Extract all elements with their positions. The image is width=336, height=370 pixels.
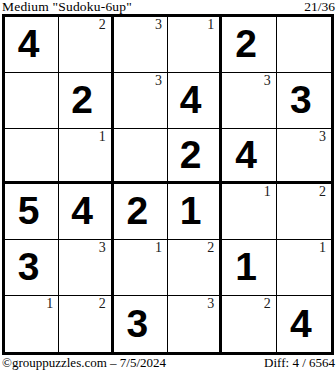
cell-r3c2[interactable]: 1 bbox=[59, 129, 113, 185]
cell-r4c6[interactable]: 2 bbox=[277, 184, 331, 240]
given-digit: 4 bbox=[71, 191, 93, 230]
corner-mark: 2 bbox=[207, 240, 214, 255]
cell-r2c2[interactable]: 2 bbox=[59, 73, 113, 129]
given-digit: 2 bbox=[235, 24, 257, 63]
cell-r6c1[interactable]: 1 bbox=[5, 296, 59, 352]
cell-r6c2[interactable]: 2 bbox=[59, 296, 113, 352]
cell-r2c1[interactable] bbox=[5, 73, 59, 129]
cell-r2c3[interactable]: 3 bbox=[114, 73, 168, 129]
header: Medium "Sudoku-6up" 21/36 bbox=[2, 0, 335, 14]
cell-r4c3[interactable]: 2 bbox=[114, 184, 168, 240]
cell-r3c3[interactable] bbox=[114, 129, 168, 185]
given-digit: 3 bbox=[290, 80, 312, 119]
given-digit: 1 bbox=[180, 191, 202, 230]
given-digit: 1 bbox=[235, 247, 257, 286]
corner-mark: 3 bbox=[155, 17, 162, 32]
corner-mark: 1 bbox=[99, 129, 106, 144]
cell-r1c3[interactable]: 3 bbox=[114, 17, 168, 73]
corner-mark: 2 bbox=[99, 296, 106, 311]
given-digit: 4 bbox=[235, 135, 257, 174]
given-digit: 3 bbox=[126, 304, 148, 343]
cell-r2c6[interactable]: 3 bbox=[277, 73, 331, 129]
given-digit: 3 bbox=[18, 247, 40, 286]
corner-mark: 3 bbox=[264, 73, 271, 88]
corner-mark: 1 bbox=[155, 240, 162, 255]
cell-r1c6[interactable] bbox=[277, 17, 331, 73]
difficulty-text: Diff: 4 / 6564 bbox=[264, 356, 335, 370]
cell-r1c5[interactable]: 2 bbox=[222, 17, 276, 73]
cell-r6c6[interactable]: 4 bbox=[277, 296, 331, 352]
cell-r3c5[interactable]: 4 bbox=[222, 129, 276, 185]
cell-r2c4[interactable]: 4 bbox=[168, 73, 222, 129]
given-digit: 2 bbox=[71, 80, 93, 119]
cell-r5c6[interactable]: 1 bbox=[277, 240, 331, 296]
given-digit: 2 bbox=[180, 135, 202, 174]
cell-r1c1[interactable]: 4 bbox=[5, 17, 59, 73]
corner-mark: 3 bbox=[155, 73, 162, 88]
corner-mark: 1 bbox=[319, 240, 326, 255]
puzzle-page: Medium "Sudoku-6up" 21/36 42312234331243… bbox=[0, 0, 336, 370]
cell-r1c2[interactable]: 2 bbox=[59, 17, 113, 73]
given-digit: 2 bbox=[126, 191, 148, 230]
sudoku-grid: 42312234331243542112331211123324 bbox=[2, 14, 334, 355]
cell-r6c4[interactable]: 3 bbox=[168, 296, 222, 352]
corner-mark: 1 bbox=[46, 296, 53, 311]
cell-r4c4[interactable]: 1 bbox=[168, 184, 222, 240]
cell-r2c5[interactable]: 3 bbox=[222, 73, 276, 129]
corner-mark: 3 bbox=[99, 240, 106, 255]
cell-r1c4[interactable]: 1 bbox=[168, 17, 222, 73]
cell-r5c1[interactable]: 3 bbox=[5, 240, 59, 296]
cell-r4c2[interactable]: 4 bbox=[59, 184, 113, 240]
cell-r4c5[interactable]: 1 bbox=[222, 184, 276, 240]
given-digit: 4 bbox=[18, 24, 40, 63]
cell-r3c6[interactable]: 3 bbox=[277, 129, 331, 185]
corner-mark: 1 bbox=[264, 184, 271, 199]
page-number: 21/36 bbox=[304, 0, 335, 14]
corner-mark: 2 bbox=[264, 296, 271, 311]
cell-r5c3[interactable]: 1 bbox=[114, 240, 168, 296]
cell-r5c5[interactable]: 1 bbox=[222, 240, 276, 296]
given-digit: 5 bbox=[18, 191, 40, 230]
puzzle-title: Medium "Sudoku-6up" bbox=[2, 0, 132, 14]
cell-r4c1[interactable]: 5 bbox=[5, 184, 59, 240]
corner-mark: 2 bbox=[319, 184, 326, 199]
footer: ©grouppuzzles.com – 7/5/2024 Diff: 4 / 6… bbox=[2, 355, 335, 370]
cell-r5c4[interactable]: 2 bbox=[168, 240, 222, 296]
corner-mark: 1 bbox=[207, 17, 214, 32]
cell-r5c2[interactable]: 3 bbox=[59, 240, 113, 296]
cell-r6c3[interactable]: 3 bbox=[114, 296, 168, 352]
corner-mark: 2 bbox=[99, 17, 106, 32]
copyright-text: ©grouppuzzles.com – 7/5/2024 bbox=[2, 356, 166, 370]
corner-mark: 3 bbox=[319, 129, 326, 144]
cell-r3c1[interactable] bbox=[5, 129, 59, 185]
corner-mark: 3 bbox=[207, 296, 214, 311]
given-digit: 4 bbox=[290, 304, 312, 343]
given-digit: 4 bbox=[180, 80, 202, 119]
cell-r6c5[interactable]: 2 bbox=[222, 296, 276, 352]
cell-r3c4[interactable]: 2 bbox=[168, 129, 222, 185]
